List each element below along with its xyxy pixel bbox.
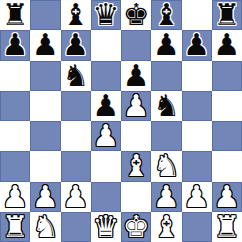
piece-white-knight[interactable]: ♞ bbox=[32, 212, 59, 242]
square-a1[interactable]: ♜ bbox=[0, 212, 30, 242]
piece-black-pawn[interactable]: ♟ bbox=[62, 30, 89, 60]
piece-white-pawn[interactable]: ♟ bbox=[92, 121, 119, 151]
piece-black-bishop[interactable]: ♝ bbox=[153, 0, 180, 30]
square-h1[interactable]: ♜ bbox=[212, 212, 242, 242]
square-a4[interactable] bbox=[0, 121, 30, 151]
square-b6[interactable] bbox=[30, 61, 60, 91]
square-f6[interactable] bbox=[151, 61, 181, 91]
square-a8[interactable]: ♜ bbox=[0, 0, 30, 30]
square-h5[interactable] bbox=[212, 91, 242, 121]
piece-black-knight[interactable]: ♞ bbox=[62, 61, 89, 91]
piece-white-pawn[interactable]: ♟ bbox=[153, 182, 180, 212]
square-d6[interactable] bbox=[91, 61, 121, 91]
piece-white-bishop[interactable]: ♝ bbox=[153, 212, 180, 242]
square-h8[interactable]: ♜ bbox=[212, 0, 242, 30]
piece-white-pawn[interactable]: ♟ bbox=[62, 182, 89, 212]
square-f2[interactable]: ♟ bbox=[151, 182, 181, 212]
square-g7[interactable]: ♟ bbox=[182, 30, 212, 60]
piece-white-queen[interactable]: ♛ bbox=[92, 212, 119, 242]
square-d4[interactable]: ♟ bbox=[91, 121, 121, 151]
square-d8[interactable]: ♛ bbox=[91, 0, 121, 30]
square-e4[interactable] bbox=[121, 121, 151, 151]
piece-black-pawn[interactable]: ♟ bbox=[213, 30, 240, 60]
square-e7[interactable] bbox=[121, 30, 151, 60]
square-c8[interactable]: ♝ bbox=[61, 0, 91, 30]
square-b1[interactable]: ♞ bbox=[30, 212, 60, 242]
square-e5[interactable]: ♟ bbox=[121, 91, 151, 121]
square-d7[interactable] bbox=[91, 30, 121, 60]
square-g6[interactable] bbox=[182, 61, 212, 91]
square-d3[interactable] bbox=[91, 151, 121, 181]
square-c4[interactable] bbox=[61, 121, 91, 151]
square-c5[interactable] bbox=[61, 91, 91, 121]
piece-black-rook[interactable]: ♜ bbox=[2, 0, 29, 30]
piece-black-pawn[interactable]: ♟ bbox=[183, 30, 210, 60]
square-f1[interactable]: ♝ bbox=[151, 212, 181, 242]
piece-white-pawn[interactable]: ♟ bbox=[213, 182, 240, 212]
square-e1[interactable]: ♚ bbox=[121, 212, 151, 242]
square-g5[interactable] bbox=[182, 91, 212, 121]
piece-white-king[interactable]: ♚ bbox=[123, 212, 150, 242]
square-c7[interactable]: ♟ bbox=[61, 30, 91, 60]
square-b3[interactable] bbox=[30, 151, 60, 181]
piece-white-pawn[interactable]: ♟ bbox=[32, 182, 59, 212]
piece-black-pawn[interactable]: ♟ bbox=[32, 30, 59, 60]
piece-white-knight[interactable]: ♞ bbox=[153, 151, 180, 181]
piece-black-pawn[interactable]: ♟ bbox=[123, 61, 150, 91]
square-a2[interactable]: ♟ bbox=[0, 182, 30, 212]
square-g3[interactable] bbox=[182, 151, 212, 181]
piece-black-pawn[interactable]: ♟ bbox=[2, 30, 29, 60]
square-c3[interactable] bbox=[61, 151, 91, 181]
square-b7[interactable]: ♟ bbox=[30, 30, 60, 60]
square-b8[interactable] bbox=[30, 0, 60, 30]
piece-black-pawn[interactable]: ♟ bbox=[153, 30, 180, 60]
square-b4[interactable] bbox=[30, 121, 60, 151]
square-c1[interactable] bbox=[61, 212, 91, 242]
square-g2[interactable]: ♟ bbox=[182, 182, 212, 212]
square-h3[interactable] bbox=[212, 151, 242, 181]
square-d5[interactable]: ♟ bbox=[91, 91, 121, 121]
piece-white-rook[interactable]: ♜ bbox=[2, 212, 29, 242]
piece-white-rook[interactable]: ♜ bbox=[213, 212, 240, 242]
square-f3[interactable]: ♞ bbox=[151, 151, 181, 181]
square-c6[interactable]: ♞ bbox=[61, 61, 91, 91]
square-b5[interactable] bbox=[30, 91, 60, 121]
square-f7[interactable]: ♟ bbox=[151, 30, 181, 60]
square-g4[interactable] bbox=[182, 121, 212, 151]
square-h6[interactable] bbox=[212, 61, 242, 91]
square-f5[interactable]: ♞ bbox=[151, 91, 181, 121]
square-e6[interactable]: ♟ bbox=[121, 61, 151, 91]
square-b2[interactable]: ♟ bbox=[30, 182, 60, 212]
square-a6[interactable] bbox=[0, 61, 30, 91]
piece-white-pawn[interactable]: ♟ bbox=[183, 182, 210, 212]
chess-board: ♜♝♛♚♝♜♟♟♟♟♟♟♞♟♟♟♞♟♝♞♟♟♟♟♟♟♜♞♛♚♝♜ bbox=[0, 0, 242, 242]
square-g8[interactable] bbox=[182, 0, 212, 30]
square-e8[interactable]: ♚ bbox=[121, 0, 151, 30]
square-d2[interactable] bbox=[91, 182, 121, 212]
square-f8[interactable]: ♝ bbox=[151, 0, 181, 30]
square-c2[interactable]: ♟ bbox=[61, 182, 91, 212]
piece-white-pawn[interactable]: ♟ bbox=[123, 91, 150, 121]
square-a7[interactable]: ♟ bbox=[0, 30, 30, 60]
piece-black-king[interactable]: ♚ bbox=[123, 0, 150, 30]
piece-white-pawn[interactable]: ♟ bbox=[2, 182, 29, 212]
square-h2[interactable]: ♟ bbox=[212, 182, 242, 212]
square-g1[interactable] bbox=[182, 212, 212, 242]
piece-white-bishop[interactable]: ♝ bbox=[123, 151, 150, 181]
square-a3[interactable] bbox=[0, 151, 30, 181]
square-h7[interactable]: ♟ bbox=[212, 30, 242, 60]
square-e3[interactable]: ♝ bbox=[121, 151, 151, 181]
square-h4[interactable] bbox=[212, 121, 242, 151]
square-a5[interactable] bbox=[0, 91, 30, 121]
square-f4[interactable] bbox=[151, 121, 181, 151]
piece-black-pawn[interactable]: ♟ bbox=[92, 91, 119, 121]
piece-black-queen[interactable]: ♛ bbox=[92, 0, 119, 30]
square-e2[interactable] bbox=[121, 182, 151, 212]
piece-black-bishop[interactable]: ♝ bbox=[62, 0, 89, 30]
piece-black-knight[interactable]: ♞ bbox=[153, 91, 180, 121]
square-d1[interactable]: ♛ bbox=[91, 212, 121, 242]
piece-black-rook[interactable]: ♜ bbox=[213, 0, 240, 30]
